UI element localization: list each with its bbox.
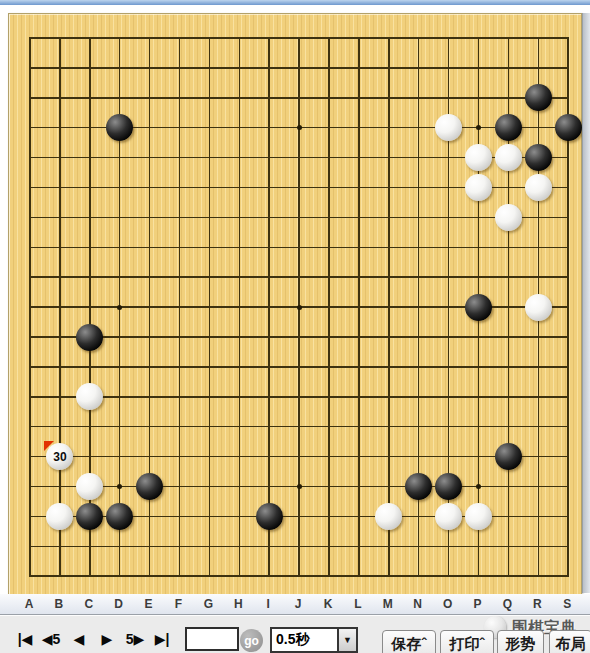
speed-select[interactable]: 0.5秒 ▼	[270, 627, 358, 653]
star-point	[297, 305, 302, 310]
stone-white	[46, 503, 73, 530]
stone-black	[525, 84, 552, 111]
column-label-Q: Q	[499, 597, 515, 611]
column-label-I: I	[260, 597, 276, 611]
stone-black	[405, 473, 432, 500]
star-point	[297, 125, 302, 130]
go-app-window: 30 go 0.5秒 ▼ 围棋宝典 ABCDEFGHIJKLMNOPQRS|◀◀…	[0, 0, 590, 653]
column-label-N: N	[410, 597, 426, 611]
print-button[interactable]: 打印ˆ	[440, 630, 494, 653]
nav-last-button[interactable]: ▶|	[148, 628, 176, 650]
go-button[interactable]: go	[240, 629, 263, 652]
column-label-O: O	[440, 597, 456, 611]
column-label-R: R	[529, 597, 545, 611]
save-button[interactable]: 保存ˆ	[382, 630, 436, 653]
grid-line-horizontal	[29, 336, 569, 338]
stone-white	[495, 144, 522, 171]
grid-line-horizontal	[29, 575, 569, 577]
grid-line-horizontal	[29, 546, 569, 548]
speed-select-value: 0.5秒	[276, 631, 309, 649]
window-top-bar	[0, 0, 590, 5]
stone-black	[495, 114, 522, 141]
column-label-A: A	[21, 597, 37, 611]
column-label-D: D	[111, 597, 127, 611]
nav-forward-button[interactable]: ▶	[93, 628, 121, 650]
column-label-L: L	[350, 597, 366, 611]
column-label-K: K	[320, 597, 336, 611]
nav-back-button[interactable]: ◀	[65, 628, 93, 650]
column-label-M: M	[380, 597, 396, 611]
stone-white	[465, 174, 492, 201]
go-board[interactable]: 30	[8, 13, 582, 595]
stone-black	[525, 144, 552, 171]
stone-black	[76, 503, 103, 530]
stone-white	[465, 144, 492, 171]
grid-line-horizontal	[29, 456, 569, 458]
stone-black	[106, 503, 133, 530]
star-point	[117, 305, 122, 310]
stone-black	[555, 114, 582, 141]
stone-white	[465, 503, 492, 530]
stone-white: 30	[46, 443, 73, 470]
column-label-C: C	[81, 597, 97, 611]
star-point	[117, 484, 122, 489]
nav-first-button[interactable]: |◀	[11, 628, 39, 650]
right-scroll-strip	[582, 13, 590, 593]
grid-line-vertical	[358, 37, 360, 577]
stone-white	[435, 114, 462, 141]
stone-white	[435, 503, 462, 530]
stone-white	[525, 294, 552, 321]
column-label-S: S	[559, 597, 575, 611]
column-label-P: P	[470, 597, 486, 611]
stone-black	[106, 114, 133, 141]
column-label-H: H	[230, 597, 246, 611]
chevron-down-icon: ▼	[343, 635, 352, 645]
stone-white	[375, 503, 402, 530]
star-point	[476, 484, 481, 489]
star-point	[476, 125, 481, 130]
stone-white	[525, 174, 552, 201]
grid-line-horizontal	[29, 426, 569, 428]
last-move-marker-icon	[44, 441, 54, 451]
column-label-B: B	[51, 597, 67, 611]
situation-button[interactable]: 形势	[497, 630, 544, 653]
grid-line-horizontal	[29, 366, 569, 368]
stone-black	[256, 503, 283, 530]
column-label-E: E	[141, 597, 157, 611]
move-number-input[interactable]	[185, 627, 239, 651]
column-label-J: J	[290, 597, 306, 611]
stone-white	[495, 204, 522, 231]
speed-select-arrow-button[interactable]: ▼	[337, 629, 356, 651]
grid-line-vertical	[388, 37, 390, 577]
nav-forward-5-button[interactable]: 5▶	[121, 628, 149, 650]
nav-back-5-button[interactable]: ◀5	[37, 628, 65, 650]
grid-line-horizontal	[29, 396, 569, 398]
column-label-F: F	[171, 597, 187, 611]
grid-line-vertical	[328, 37, 330, 577]
layout-button[interactable]: 布局	[549, 630, 590, 653]
stone-black	[136, 473, 163, 500]
stone-white	[76, 383, 103, 410]
stone-black	[76, 324, 103, 351]
stone-black	[495, 443, 522, 470]
star-point	[297, 484, 302, 489]
stone-black	[465, 294, 492, 321]
stone-black	[435, 473, 462, 500]
stone-white	[76, 473, 103, 500]
column-label-G: G	[200, 597, 216, 611]
